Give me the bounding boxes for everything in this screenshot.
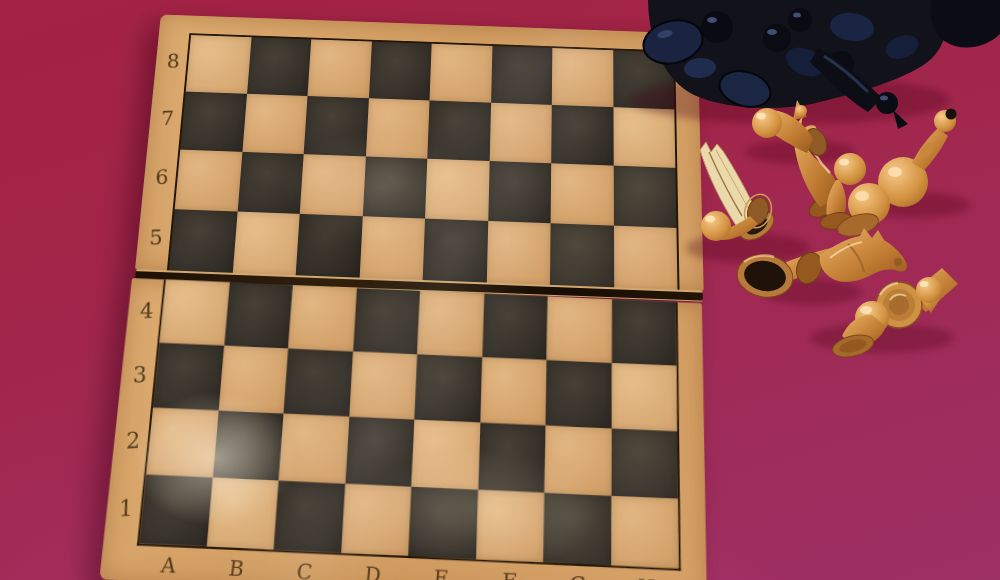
pieces-overlay (0, 0, 1000, 580)
white-knight[interactable] (792, 228, 907, 287)
photo-scene: 8 7 6 5 4 3 2 1 A B C D E F (0, 0, 1000, 580)
black-pieces-pile[interactable] (630, 0, 1000, 129)
white-pieces-scatter (686, 100, 970, 361)
white-bishop[interactable] (878, 109, 957, 208)
